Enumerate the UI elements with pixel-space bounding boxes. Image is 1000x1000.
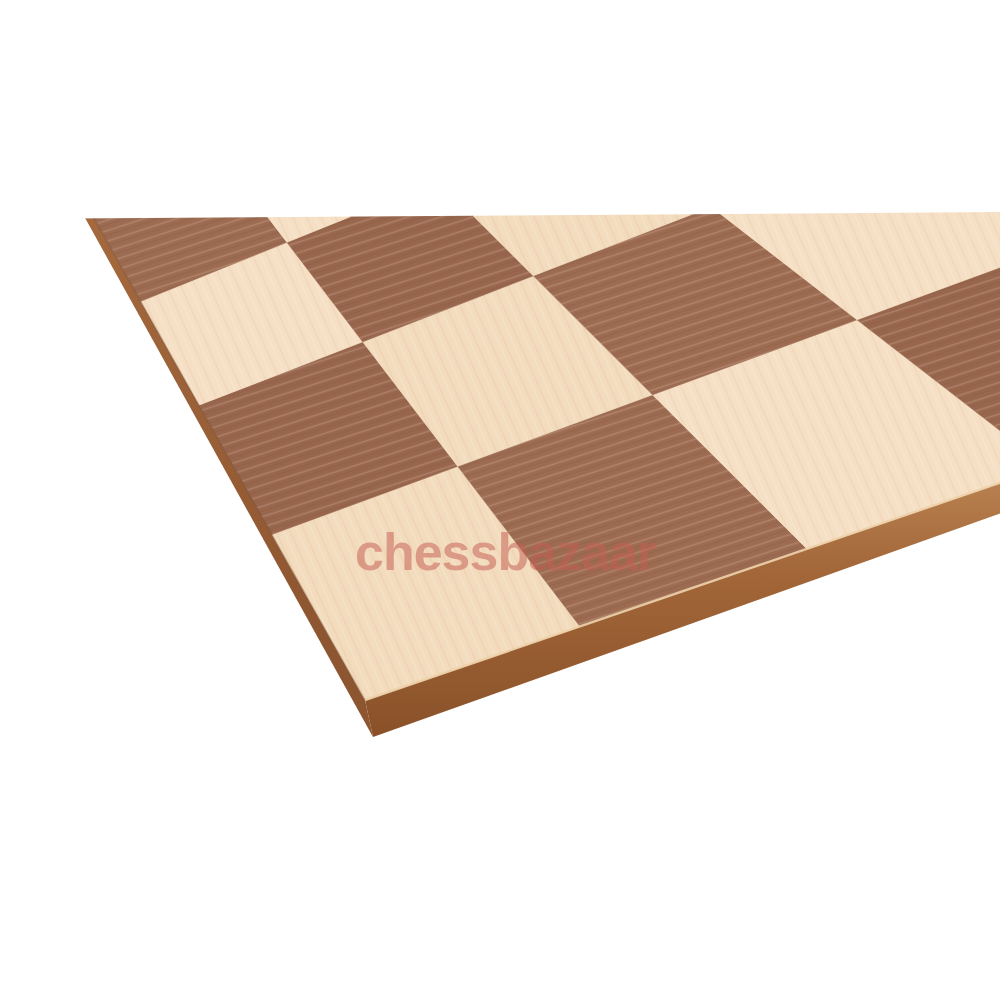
board-square	[596, 52, 897, 207]
walnut-grain-overlay	[596, 52, 897, 207]
board-square	[53, 93, 225, 216]
product-photo-canvas: chessbazaar	[0, 0, 1000, 1000]
chess-board	[0, 0, 1000, 1000]
maple-grain-overlay	[53, 93, 225, 216]
